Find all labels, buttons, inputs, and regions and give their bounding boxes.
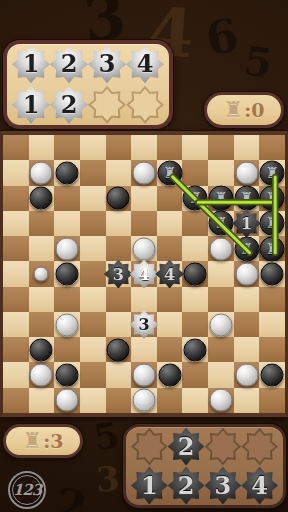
number-token[interactable]: 2 <box>168 428 205 466</box>
black-stone[interactable] <box>184 263 207 286</box>
numbers-toggle-ring: 123 <box>12 475 42 505</box>
black-stone[interactable] <box>261 263 284 286</box>
token-number: 4 <box>251 474 268 498</box>
white-stone[interactable] <box>209 237 232 260</box>
black-stone[interactable] <box>107 187 130 210</box>
white-stone[interactable] <box>133 364 156 387</box>
pieces-layer: ♜♜♜♜♜♜♜♜♜♜13443 <box>3 135 285 413</box>
black-rook-piece[interactable]: ♜ <box>260 236 285 261</box>
rook-icon: ♜ <box>23 430 43 452</box>
rook-icon: ♜ <box>265 241 278 256</box>
number-token[interactable]: 1 <box>131 467 168 505</box>
white-stone[interactable] <box>133 237 156 260</box>
tray-row: 2 <box>126 428 283 466</box>
token-number: 2 <box>61 93 78 117</box>
numbers-toggle-label: 123 <box>13 481 41 499</box>
white-stone[interactable] <box>133 389 156 412</box>
black-rook-count: :3 <box>43 430 63 452</box>
black-rook-piece[interactable]: ♜ <box>183 186 208 211</box>
black-stone[interactable] <box>158 364 181 387</box>
number-token[interactable]: 4 <box>130 260 159 289</box>
empty-token-slot <box>131 428 168 466</box>
tray-row: 1234 <box>7 45 169 83</box>
rook-icon: ♜ <box>265 216 278 231</box>
white-token-tray: 123412 <box>3 40 173 129</box>
white-stone[interactable] <box>56 237 79 260</box>
black-rook-piece[interactable]: ♜ <box>157 160 182 185</box>
black-rook-piece[interactable]: ♜ <box>208 211 233 236</box>
token-number: 3 <box>113 266 124 282</box>
background-numeral: 6 <box>202 12 242 63</box>
background-numeral: 3 <box>95 461 121 497</box>
rook-icon: ♜ <box>265 165 278 180</box>
number-token[interactable]: 2 <box>168 467 205 505</box>
black-stone[interactable] <box>184 338 207 361</box>
token-number: 2 <box>178 474 195 498</box>
background-numeral: 5 <box>241 40 274 83</box>
black-rook-piece[interactable]: ♜ <box>234 236 259 261</box>
token-number: 3 <box>215 474 232 498</box>
number-token[interactable]: 3 <box>130 310 159 339</box>
empty-token-slot <box>205 428 242 466</box>
rook-icon: ♜ <box>240 191 253 206</box>
white-rook-count: :0 <box>244 99 264 121</box>
token-number: 4 <box>138 266 149 282</box>
token-number: 4 <box>164 266 175 282</box>
rook-icon: ♜ <box>214 216 227 231</box>
black-stone[interactable] <box>56 161 79 184</box>
white-stone[interactable] <box>209 313 232 336</box>
background-numeral: 2 <box>53 482 89 512</box>
number-token[interactable]: 2 <box>50 45 88 83</box>
rook-icon: ♜ <box>214 191 227 206</box>
number-token[interactable]: 2 <box>50 86 88 124</box>
empty-token-slot <box>126 86 164 124</box>
black-stone[interactable] <box>107 338 130 361</box>
small-white-stone[interactable] <box>34 267 49 282</box>
number-token[interactable]: 3 <box>88 45 126 83</box>
black-rook-piece[interactable]: ♜ <box>260 186 285 211</box>
white-stone[interactable] <box>209 389 232 412</box>
black-stone[interactable] <box>261 364 284 387</box>
black-stone[interactable] <box>56 263 79 286</box>
number-token[interactable]: 4 <box>155 260 184 289</box>
black-rook-piece[interactable]: ♜ <box>260 160 285 185</box>
black-stone[interactable] <box>30 187 53 210</box>
black-stone[interactable] <box>56 364 79 387</box>
white-stone[interactable] <box>235 161 258 184</box>
black-rook-piece[interactable]: ♜ <box>234 186 259 211</box>
black-rook-counter: ♜ :3 <box>3 424 83 458</box>
rook-icon: ♜ <box>163 165 176 180</box>
token-number: 1 <box>23 52 40 76</box>
white-stone[interactable] <box>30 364 53 387</box>
rook-icon: ♜ <box>224 99 244 121</box>
token-number: 2 <box>61 52 78 76</box>
black-token-tray: 21234 <box>123 424 286 508</box>
game-board: ♜♜♜♜♜♜♜♜♜♜13443 <box>0 131 288 417</box>
token-number: 3 <box>99 52 116 76</box>
white-rook-counter: ♜ :0 <box>204 92 284 128</box>
number-token[interactable]: 4 <box>126 45 164 83</box>
rook-icon: ♜ <box>189 191 202 206</box>
rook-icon: ♜ <box>240 241 253 256</box>
app-background: 3465523 123412 ♜ :0 ♜♜♜♜♜♜♜♜♜♜13443 ♜ :3… <box>0 0 288 512</box>
black-rook-piece[interactable]: ♜ <box>208 186 233 211</box>
number-token[interactable]: 4 <box>241 467 278 505</box>
number-token[interactable]: 1 <box>12 86 50 124</box>
black-stone[interactable] <box>30 338 53 361</box>
slot-impression <box>208 431 239 463</box>
white-stone[interactable] <box>133 161 156 184</box>
number-token[interactable]: 1 <box>12 45 50 83</box>
tray-row: 1234 <box>126 467 283 505</box>
background-numeral: 5 <box>91 416 122 456</box>
tray-row: 12 <box>7 86 169 124</box>
empty-token-slot <box>88 86 126 124</box>
white-stone[interactable] <box>56 313 79 336</box>
slot-impression <box>134 431 165 463</box>
white-stone[interactable] <box>235 364 258 387</box>
white-stone[interactable] <box>56 389 79 412</box>
slot-impression <box>91 89 123 121</box>
token-number: 3 <box>138 317 149 333</box>
token-number: 2 <box>178 435 195 459</box>
token-number: 1 <box>241 215 252 231</box>
slot-impression <box>129 89 161 121</box>
token-number: 4 <box>137 52 154 76</box>
number-token[interactable]: 1 <box>232 209 261 238</box>
white-stone[interactable] <box>30 161 53 184</box>
rook-icon: ♜ <box>265 191 278 206</box>
black-rook-piece[interactable]: ♜ <box>260 211 285 236</box>
slot-impression <box>244 431 275 463</box>
numbers-toggle-button[interactable]: 123 <box>8 471 46 509</box>
empty-token-slot <box>241 428 278 466</box>
number-token[interactable]: 3 <box>104 260 133 289</box>
number-token[interactable]: 3 <box>205 467 242 505</box>
token-number: 1 <box>141 474 158 498</box>
white-stone[interactable] <box>235 263 258 286</box>
token-number: 1 <box>23 93 40 117</box>
